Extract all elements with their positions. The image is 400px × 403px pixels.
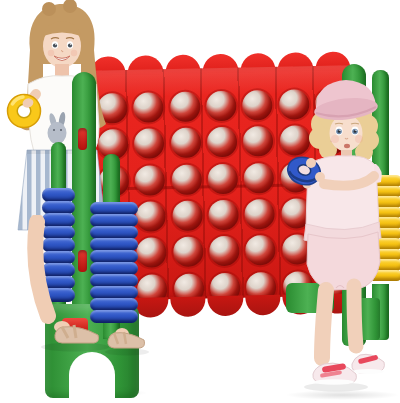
ground-shadow (105, 349, 149, 356)
girl-legs (10, 215, 150, 360)
toddler-hand (306, 158, 316, 168)
toddler-mouth (344, 144, 350, 148)
toddler-right-shoe (352, 354, 385, 374)
toddler-figure (262, 72, 400, 403)
toddler-blush (355, 135, 363, 143)
toddler-hand (315, 172, 325, 182)
toddler-left-leg (322, 290, 326, 358)
toddler-blush (331, 135, 339, 143)
ground-shadow (41, 343, 109, 352)
toddler-right-leg (354, 286, 356, 346)
toddler-bloomers (307, 232, 380, 290)
girl-left-leg (35, 222, 48, 316)
product-photo-scene (0, 0, 400, 403)
toddler-left-shoe (313, 363, 356, 385)
